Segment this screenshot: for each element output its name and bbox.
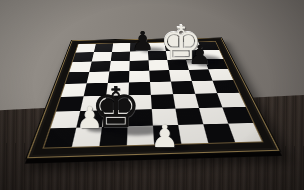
white-pawn-e2[interactable]: ♟ (151, 121, 179, 152)
square-d6[interactable] (129, 60, 149, 71)
square-h1[interactable] (228, 123, 261, 142)
square-b7[interactable] (92, 52, 112, 62)
square-a5[interactable] (65, 72, 89, 84)
black-pawn-d8[interactable]: ♟ (131, 28, 154, 54)
chess-scene: ♟♚♟♟♚♟ (0, 0, 304, 190)
square-b8[interactable] (94, 43, 113, 52)
square-e3[interactable] (151, 94, 176, 109)
square-a6[interactable] (69, 62, 92, 73)
black-king-c3[interactable]: ♚ (91, 80, 141, 136)
square-c7[interactable] (111, 52, 130, 62)
square-c6[interactable] (109, 61, 129, 72)
square-h2[interactable] (222, 107, 253, 124)
square-a7[interactable] (73, 52, 94, 62)
square-h5[interactable] (208, 69, 233, 81)
black-pawn-g7[interactable]: ♟ (188, 42, 211, 68)
square-h4[interactable] (213, 80, 240, 93)
square-e4[interactable] (150, 82, 173, 95)
square-h3[interactable] (217, 93, 246, 108)
square-c8[interactable] (112, 43, 130, 52)
square-e5[interactable] (149, 70, 171, 82)
square-b6[interactable] (89, 61, 110, 72)
